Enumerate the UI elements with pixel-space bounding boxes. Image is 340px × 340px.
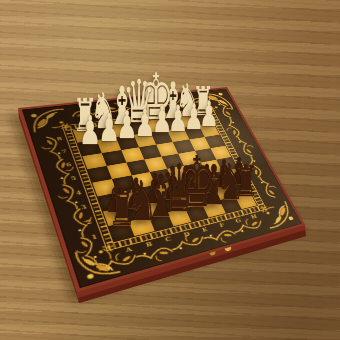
rank-label-8: 8: [53, 135, 66, 143]
chess-set-photo: ABCDEFGH87654321 ♜♞♝♚♛♟♝♟♞♟♜♟♟♟♟♟♟♟♟♟♜♟♞…: [0, 0, 340, 340]
